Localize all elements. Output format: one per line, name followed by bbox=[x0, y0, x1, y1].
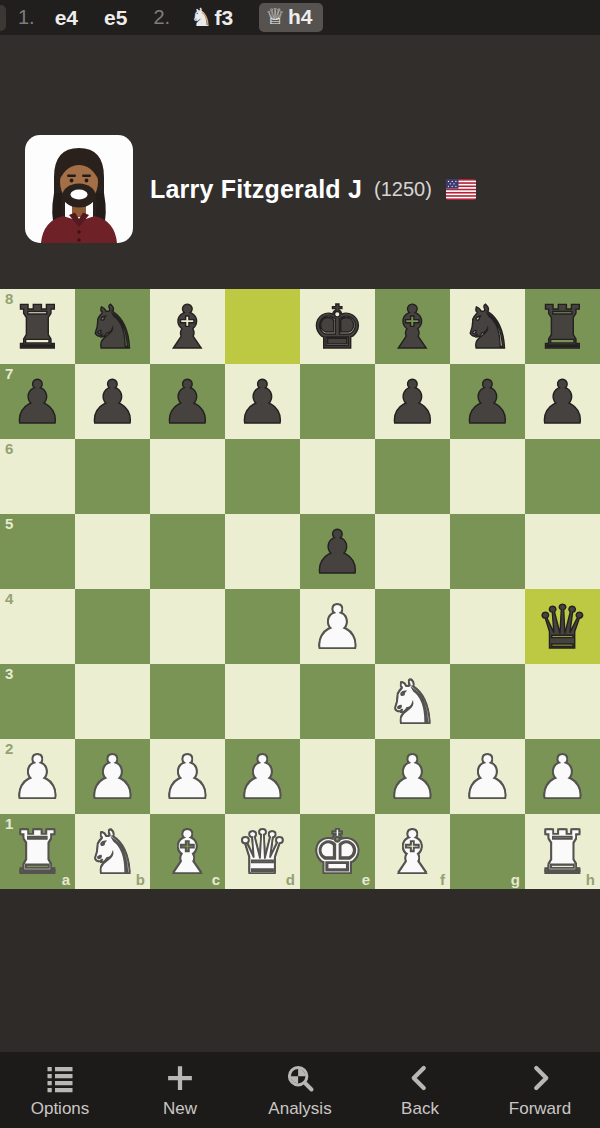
square-g2[interactable]: ♟ bbox=[450, 739, 525, 814]
chevron-left-icon bbox=[405, 1063, 435, 1093]
square-c1[interactable]: c♝ bbox=[150, 814, 225, 889]
white-knight-icon: ♞ bbox=[190, 5, 212, 30]
piece-black-bishop[interactable]: ♝ bbox=[161, 297, 215, 357]
piece-white-queen[interactable]: ♛ bbox=[236, 822, 290, 882]
options-label: Options bbox=[31, 1100, 90, 1117]
forward-button[interactable]: Forward bbox=[480, 1052, 600, 1128]
square-c6[interactable] bbox=[150, 439, 225, 514]
piece-white-pawn[interactable]: ♟ bbox=[311, 597, 365, 657]
analysis-magnifier-icon bbox=[285, 1063, 315, 1093]
square-c3[interactable] bbox=[150, 664, 225, 739]
square-d2[interactable]: ♟ bbox=[225, 739, 300, 814]
back-button[interactable]: Back bbox=[360, 1052, 480, 1128]
piece-white-pawn[interactable]: ♟ bbox=[86, 747, 140, 807]
square-f7[interactable]: ♟ bbox=[375, 364, 450, 439]
square-b6[interactable] bbox=[75, 439, 150, 514]
square-d1[interactable]: d♛ bbox=[225, 814, 300, 889]
square-h7[interactable]: ♟ bbox=[525, 364, 600, 439]
file-label-d: d bbox=[286, 872, 295, 887]
piece-black-rook[interactable]: ♜ bbox=[11, 297, 65, 357]
player-name: Larry Fitzgerald J bbox=[150, 175, 362, 204]
new-label: New bbox=[163, 1100, 197, 1117]
square-b1[interactable]: b♞ bbox=[75, 814, 150, 889]
piece-black-pawn[interactable]: ♟ bbox=[11, 372, 65, 432]
square-c7[interactable]: ♟ bbox=[150, 364, 225, 439]
rank-label-3: 3 bbox=[5, 666, 13, 681]
piece-white-pawn[interactable]: ♟ bbox=[536, 747, 590, 807]
piece-black-pawn[interactable]: ♟ bbox=[386, 372, 440, 432]
rank-label-8: 8 bbox=[5, 291, 13, 306]
square-f1[interactable]: f♝ bbox=[375, 814, 450, 889]
square-h6[interactable] bbox=[525, 439, 600, 514]
square-h8[interactable]: ♜ bbox=[525, 289, 600, 364]
square-d8[interactable] bbox=[225, 289, 300, 364]
chess-board: 8♜♞♝♚♝♞♜7♟♟♟♟♟♟♟65♟4♟♛3♞2♟♟♟♟♟♟♟1a♜b♞c♝d… bbox=[0, 289, 600, 889]
rank-label-2: 2 bbox=[5, 741, 13, 756]
square-g1[interactable]: g bbox=[450, 814, 525, 889]
piece-white-bishop[interactable]: ♝ bbox=[386, 822, 440, 882]
previous-move-chip-sliver bbox=[0, 5, 6, 31]
piece-black-queen[interactable]: ♛ bbox=[536, 597, 590, 657]
square-h5[interactable] bbox=[525, 514, 600, 589]
opponent-player-section: Larry Fitzgerald J (1250) bbox=[0, 35, 600, 289]
avatar-illustration bbox=[25, 135, 133, 243]
us-flag-icon bbox=[446, 179, 476, 200]
move-list-bar[interactable]: 1. e4 e5 2. ♞ f3 ♕ h4 bbox=[0, 0, 600, 35]
piece-white-bishop[interactable]: ♝ bbox=[161, 822, 215, 882]
square-b5[interactable] bbox=[75, 514, 150, 589]
square-a1[interactable]: 1a♜ bbox=[0, 814, 75, 889]
square-e8[interactable]: ♚ bbox=[300, 289, 375, 364]
piece-white-pawn[interactable]: ♟ bbox=[11, 747, 65, 807]
square-g7[interactable]: ♟ bbox=[450, 364, 525, 439]
square-g3[interactable] bbox=[450, 664, 525, 739]
rank-label-6: 6 bbox=[5, 441, 13, 456]
file-label-b: b bbox=[136, 872, 145, 887]
file-label-f: f bbox=[440, 872, 445, 887]
square-a3[interactable]: 3 bbox=[0, 664, 75, 739]
square-e1[interactable]: e♚ bbox=[300, 814, 375, 889]
forward-label: Forward bbox=[509, 1100, 571, 1117]
new-game-button[interactable]: New bbox=[120, 1052, 240, 1128]
piece-black-knight[interactable]: ♞ bbox=[461, 297, 515, 357]
piece-white-pawn[interactable]: ♟ bbox=[386, 747, 440, 807]
piece-black-pawn[interactable]: ♟ bbox=[311, 522, 365, 582]
square-e6[interactable] bbox=[300, 439, 375, 514]
square-a4[interactable]: 4 bbox=[0, 589, 75, 664]
square-b4[interactable] bbox=[75, 589, 150, 664]
file-label-h: h bbox=[586, 872, 595, 887]
square-b2[interactable]: ♟ bbox=[75, 739, 150, 814]
rank-label-4: 4 bbox=[5, 591, 13, 606]
square-b7[interactable]: ♟ bbox=[75, 364, 150, 439]
piece-black-bishop[interactable]: ♝ bbox=[386, 297, 440, 357]
player-rating: (1250) bbox=[374, 178, 432, 201]
square-h1[interactable]: h♜ bbox=[525, 814, 600, 889]
square-g4[interactable] bbox=[450, 589, 525, 664]
square-e7[interactable] bbox=[300, 364, 375, 439]
square-h3[interactable] bbox=[525, 664, 600, 739]
square-e3[interactable] bbox=[300, 664, 375, 739]
piece-black-knight[interactable]: ♞ bbox=[86, 297, 140, 357]
square-b3[interactable] bbox=[75, 664, 150, 739]
square-a7[interactable]: 7♟ bbox=[0, 364, 75, 439]
plus-icon bbox=[165, 1063, 195, 1093]
move-number-1: 1. bbox=[18, 6, 35, 29]
move-nf3[interactable]: ♞ f3 bbox=[190, 5, 233, 30]
rank-label-5: 5 bbox=[5, 516, 13, 531]
piece-black-pawn[interactable]: ♟ bbox=[461, 372, 515, 432]
options-button[interactable]: Options bbox=[0, 1052, 120, 1128]
square-a6[interactable]: 6 bbox=[0, 439, 75, 514]
file-label-g: g bbox=[511, 872, 520, 887]
piece-white-pawn[interactable]: ♟ bbox=[161, 747, 215, 807]
square-e2[interactable] bbox=[300, 739, 375, 814]
chevron-right-icon bbox=[525, 1063, 555, 1093]
options-list-icon bbox=[45, 1063, 75, 1093]
piece-white-king[interactable]: ♚ bbox=[311, 822, 365, 882]
piece-black-pawn[interactable]: ♟ bbox=[161, 372, 215, 432]
piece-white-rook[interactable]: ♜ bbox=[536, 822, 590, 882]
analysis-label: Analysis bbox=[268, 1100, 331, 1117]
square-c5[interactable] bbox=[150, 514, 225, 589]
square-d4[interactable] bbox=[225, 589, 300, 664]
square-f6[interactable] bbox=[375, 439, 450, 514]
player-info-row: Larry Fitzgerald J (1250) bbox=[150, 135, 476, 243]
move-nf3-label: f3 bbox=[215, 6, 234, 30]
piece-black-rook[interactable]: ♜ bbox=[536, 297, 590, 357]
piece-white-rook[interactable]: ♜ bbox=[11, 822, 65, 882]
square-d6[interactable] bbox=[225, 439, 300, 514]
move-qh4-label: h4 bbox=[288, 5, 313, 29]
move-e5[interactable]: e5 bbox=[104, 6, 127, 30]
rank-label-7: 7 bbox=[5, 366, 13, 381]
square-b8[interactable]: ♞ bbox=[75, 289, 150, 364]
square-e4[interactable]: ♟ bbox=[300, 589, 375, 664]
piece-white-knight[interactable]: ♞ bbox=[86, 822, 140, 882]
white-queen-icon: ♕ bbox=[265, 6, 285, 28]
move-number-2: 2. bbox=[153, 6, 170, 29]
piece-white-knight[interactable]: ♞ bbox=[386, 672, 440, 732]
square-g8[interactable]: ♞ bbox=[450, 289, 525, 364]
square-g5[interactable] bbox=[450, 514, 525, 589]
square-h4[interactable]: ♛ bbox=[525, 589, 600, 664]
square-c4[interactable] bbox=[150, 589, 225, 664]
piece-black-king[interactable]: ♚ bbox=[311, 297, 365, 357]
piece-black-pawn[interactable]: ♟ bbox=[236, 372, 290, 432]
file-label-e: e bbox=[362, 872, 370, 887]
piece-white-pawn[interactable]: ♟ bbox=[461, 747, 515, 807]
bottom-navigation: Options New Analysis Back bbox=[0, 1052, 600, 1128]
square-f3[interactable]: ♞ bbox=[375, 664, 450, 739]
piece-white-pawn[interactable]: ♟ bbox=[236, 747, 290, 807]
piece-black-pawn[interactable]: ♟ bbox=[536, 372, 590, 432]
move-e4[interactable]: e4 bbox=[55, 6, 78, 30]
square-f4[interactable] bbox=[375, 589, 450, 664]
file-label-a: a bbox=[62, 872, 70, 887]
square-a8[interactable]: 8♜ bbox=[0, 289, 75, 364]
square-c8[interactable]: ♝ bbox=[150, 289, 225, 364]
move-qh4-selected[interactable]: ♕ h4 bbox=[259, 3, 323, 32]
piece-black-pawn[interactable]: ♟ bbox=[86, 372, 140, 432]
square-f2[interactable]: ♟ bbox=[375, 739, 450, 814]
square-d7[interactable]: ♟ bbox=[225, 364, 300, 439]
square-d3[interactable] bbox=[225, 664, 300, 739]
player-avatar[interactable] bbox=[25, 135, 133, 243]
chess-app-screen: 1. e4 e5 2. ♞ f3 ♕ h4 bbox=[0, 0, 600, 1128]
square-h2[interactable]: ♟ bbox=[525, 739, 600, 814]
rank-label-1: 1 bbox=[5, 816, 13, 831]
square-g6[interactable] bbox=[450, 439, 525, 514]
square-a2[interactable]: 2♟ bbox=[0, 739, 75, 814]
square-c2[interactable]: ♟ bbox=[150, 739, 225, 814]
square-e5[interactable]: ♟ bbox=[300, 514, 375, 589]
back-label: Back bbox=[401, 1100, 439, 1117]
square-f5[interactable] bbox=[375, 514, 450, 589]
analysis-button[interactable]: Analysis bbox=[240, 1052, 360, 1128]
square-a5[interactable]: 5 bbox=[0, 514, 75, 589]
below-board-area bbox=[0, 889, 600, 1052]
file-label-c: c bbox=[212, 872, 220, 887]
square-d5[interactable] bbox=[225, 514, 300, 589]
square-f8[interactable]: ♝ bbox=[375, 289, 450, 364]
